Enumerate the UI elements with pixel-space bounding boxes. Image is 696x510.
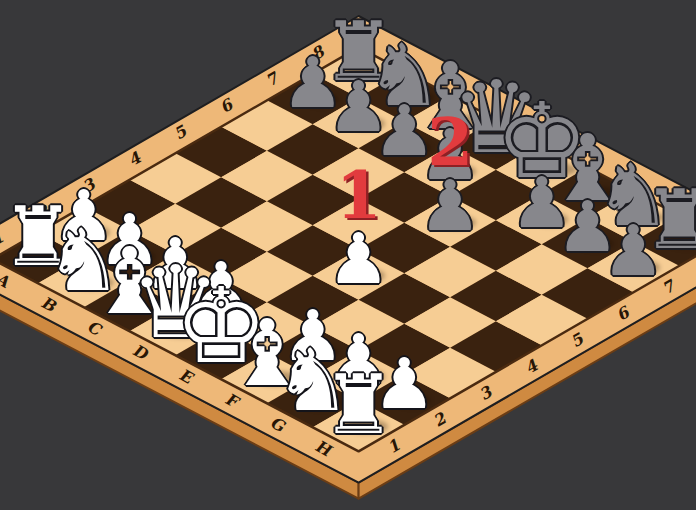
chess-scene: ABCDEFGH1122334455667788 ♜♞♟♝♟♛♟♚♟♝♞♟♟♟♜… bbox=[0, 0, 696, 510]
chess-board: ABCDEFGH1122334455667788 bbox=[0, 0, 696, 510]
